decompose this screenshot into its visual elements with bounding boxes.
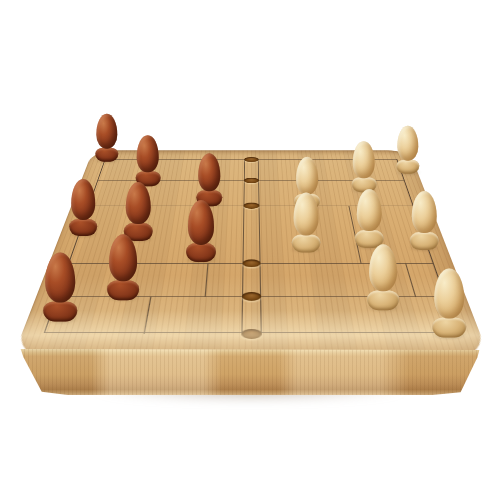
peg-body (369, 244, 397, 291)
peg-body (198, 153, 220, 191)
light-peg (432, 269, 466, 338)
pieces-layer (0, 0, 500, 500)
light-peg (396, 126, 419, 174)
peg-body (398, 126, 419, 161)
peg-body (188, 200, 214, 245)
peg-base (107, 280, 139, 300)
peg-base (95, 148, 118, 163)
product-photo (0, 0, 500, 500)
peg-base (292, 234, 321, 252)
peg-body (353, 141, 375, 178)
peg-base (186, 243, 216, 262)
peg-base (43, 301, 77, 322)
dark-peg (95, 114, 118, 162)
peg-body (71, 179, 95, 220)
peg-base (432, 317, 466, 338)
peg-base (396, 160, 419, 175)
peg-base (69, 219, 97, 236)
dark-peg (124, 182, 153, 241)
dark-peg (196, 153, 222, 206)
dark-peg (186, 200, 216, 262)
peg-body (109, 234, 137, 281)
light-peg (352, 141, 377, 192)
dark-peg (107, 234, 139, 300)
light-peg (355, 189, 384, 248)
dark-peg (69, 179, 97, 236)
peg-body (434, 269, 464, 319)
dark-peg (136, 135, 161, 186)
light-peg (292, 192, 321, 252)
light-peg (367, 244, 399, 310)
peg-base (410, 232, 439, 250)
peg-body (125, 182, 150, 224)
peg-body (293, 192, 318, 235)
peg-base (367, 290, 399, 310)
light-peg (410, 191, 439, 250)
peg-body (137, 135, 159, 172)
peg-body (296, 157, 319, 195)
peg-body (97, 114, 118, 149)
peg-body (45, 253, 75, 303)
peg-body (411, 191, 436, 233)
dark-peg (43, 253, 77, 322)
peg-body (356, 189, 381, 231)
